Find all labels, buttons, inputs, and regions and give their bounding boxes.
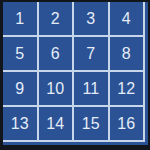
- grid-cell-r2c4[interactable]: 8: [110, 37, 144, 70]
- grid-cell-r3c1[interactable]: 9: [3, 72, 37, 105]
- grid-cell-r2c1[interactable]: 5: [3, 37, 37, 70]
- grid-cell-r1c3[interactable]: 3: [74, 2, 108, 35]
- number-grid-board: 1 2 3 4 5 6 7 8 9 10 11 12 13 14 15 16: [3, 2, 148, 145]
- grid-cell-r3c2[interactable]: 10: [39, 72, 73, 105]
- grid-cell-r4c4[interactable]: 16: [110, 107, 144, 140]
- grid: 1 2 3 4 5 6 7 8 9 10 11 12 13 14 15 16: [3, 2, 145, 142]
- grid-cell-r4c3[interactable]: 15: [74, 107, 108, 140]
- grid-cell-r1c1[interactable]: 1: [3, 2, 37, 35]
- grid-cell-r3c3[interactable]: 11: [74, 72, 108, 105]
- grid-cell-r2c3[interactable]: 7: [74, 37, 108, 70]
- grid-cell-r1c4[interactable]: 4: [110, 2, 144, 35]
- grid-cell-r1c2[interactable]: 2: [39, 2, 73, 35]
- grid-cell-r4c1[interactable]: 13: [3, 107, 37, 140]
- grid-cell-r3c4[interactable]: 12: [110, 72, 144, 105]
- grid-cell-r2c2[interactable]: 6: [39, 37, 73, 70]
- grid-cell-r4c2[interactable]: 14: [39, 107, 73, 140]
